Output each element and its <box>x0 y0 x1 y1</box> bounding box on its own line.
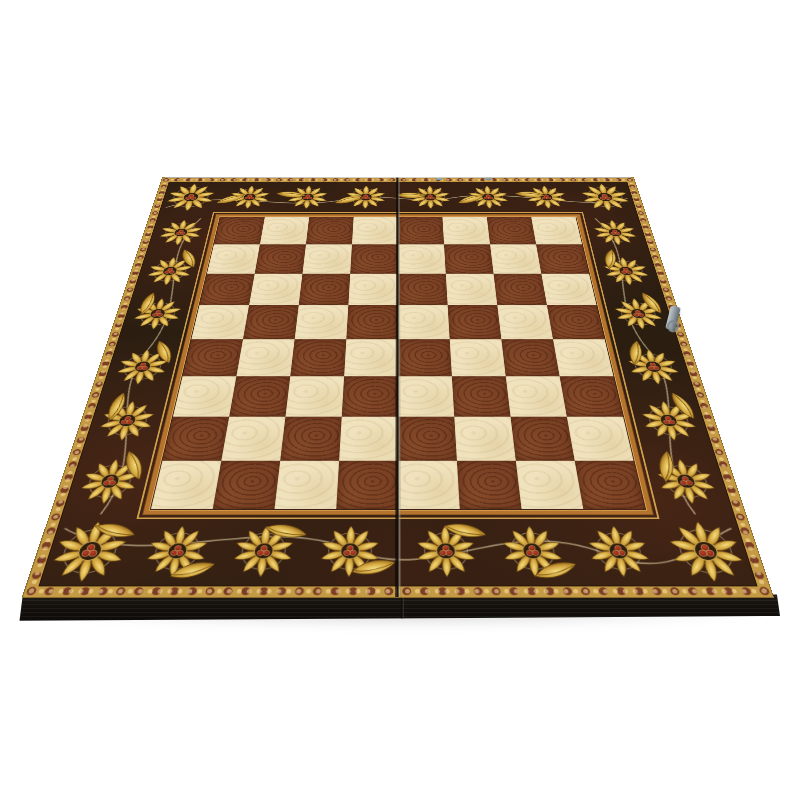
square-h7 <box>536 244 589 273</box>
square-g4 <box>501 339 559 376</box>
product-photo-scene <box>0 0 800 800</box>
square-b1 <box>213 461 281 509</box>
square-a6 <box>199 274 254 306</box>
square-f7 <box>444 244 494 273</box>
square-d5 <box>346 305 398 339</box>
square-a2 <box>162 417 229 461</box>
square-h8 <box>531 217 582 244</box>
hinge-icon <box>485 178 491 180</box>
square-c5 <box>295 305 349 339</box>
square-f6 <box>446 274 498 306</box>
square-f2 <box>454 417 516 461</box>
square-g1 <box>516 461 584 509</box>
square-a7 <box>207 244 260 273</box>
square-b8 <box>260 217 309 244</box>
square-e8 <box>398 217 444 244</box>
square-d4 <box>344 339 398 376</box>
square-d2 <box>339 417 398 461</box>
square-d6 <box>348 274 398 306</box>
square-d1 <box>336 461 398 509</box>
chessboard <box>23 178 773 597</box>
square-g8 <box>487 217 536 244</box>
square-a4 <box>182 339 242 376</box>
square-e2 <box>398 417 457 461</box>
square-f8 <box>442 217 490 244</box>
square-c6 <box>299 274 351 306</box>
square-c2 <box>280 417 342 461</box>
square-d3 <box>342 376 398 416</box>
square-h6 <box>541 274 596 306</box>
square-g5 <box>497 305 553 339</box>
square-g3 <box>506 376 567 416</box>
square-h2 <box>567 417 634 461</box>
square-e3 <box>398 376 454 416</box>
square-b3 <box>229 376 290 416</box>
square-e7 <box>398 244 446 273</box>
square-g7 <box>490 244 541 273</box>
square-c1 <box>274 461 339 509</box>
square-c8 <box>306 217 354 244</box>
square-e5 <box>398 305 450 339</box>
square-b4 <box>236 339 294 376</box>
square-e1 <box>398 461 460 509</box>
square-b2 <box>221 417 285 461</box>
square-d8 <box>352 217 398 244</box>
square-h4 <box>553 339 613 376</box>
square-b6 <box>249 274 302 306</box>
square-a5 <box>191 305 249 339</box>
square-h1 <box>575 461 645 509</box>
square-f3 <box>452 376 511 416</box>
square-d7 <box>350 244 398 273</box>
square-b7 <box>255 244 306 273</box>
square-a1 <box>151 461 221 509</box>
square-g6 <box>494 274 547 306</box>
square-c7 <box>302 244 352 273</box>
square-a8 <box>214 217 265 244</box>
square-f4 <box>450 339 506 376</box>
square-c4 <box>290 339 346 376</box>
square-e6 <box>398 274 448 306</box>
square-h3 <box>560 376 623 416</box>
square-b5 <box>243 305 299 339</box>
square-f5 <box>448 305 502 339</box>
square-h5 <box>547 305 605 339</box>
hinge-icon <box>436 178 442 180</box>
square-c3 <box>285 376 344 416</box>
square-a3 <box>173 376 236 416</box>
square-f1 <box>457 461 522 509</box>
square-e4 <box>398 339 452 376</box>
square-g2 <box>511 417 575 461</box>
